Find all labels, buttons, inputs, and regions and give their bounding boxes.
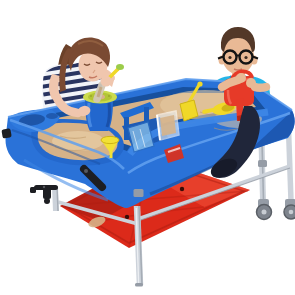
left-back-leg-shade: [57, 186, 58, 211]
funnel-mouth: [101, 136, 119, 143]
drain-tap-spout: [44, 198, 50, 204]
sieve-hole-1: [90, 95, 92, 97]
product-photo: [0, 0, 295, 295]
boy-eye-right: [244, 56, 247, 59]
boy-left-arm: [255, 87, 266, 88]
front-leg-collar: [134, 189, 144, 197]
spade-handle: [197, 81, 202, 86]
boy-eye-left: [228, 56, 231, 59]
front-leg-foot: [135, 283, 143, 287]
funnel-stem: [110, 152, 113, 158]
scene-canvas: [0, 0, 295, 295]
boy-left-fist: [246, 78, 256, 88]
drain-tap-nub: [30, 187, 36, 193]
drain-handle-sheen: [84, 169, 88, 173]
tray-drain-dot-front: [125, 215, 129, 219]
corner-shelf-recess2: [46, 113, 58, 119]
right-front-caster-hub: [262, 210, 267, 215]
left-drain-knob: [1, 128, 11, 138]
girl-right-fist: [101, 76, 112, 87]
sieve-hole-2: [108, 95, 110, 97]
girl-tool-green-tip: [116, 64, 124, 70]
tray-drain-dot-back: [180, 187, 184, 191]
drain-tap-sheen: [43, 186, 45, 188]
clear-box-sand: [160, 115, 176, 136]
right-front-leg-collar: [258, 160, 267, 167]
right-back-caster-hub: [289, 210, 294, 215]
drain-tap-body: [43, 188, 51, 199]
boy-right-fist: [236, 73, 246, 83]
